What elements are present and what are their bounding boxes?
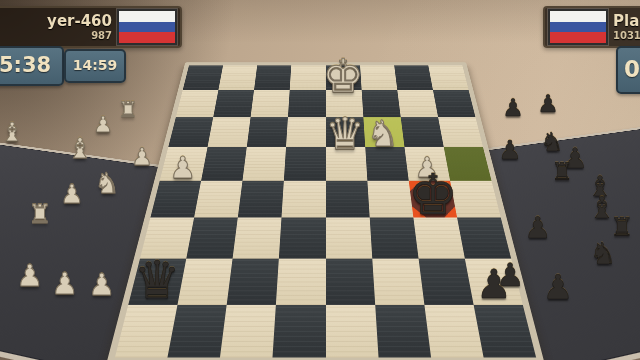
flag-stripe-red [119,32,175,43]
captured-white-bishop: ♝ [67,135,92,163]
player-panel-right: Pla 1031 [543,6,640,48]
captured-white-pawn: ♟ [52,269,79,299]
captured-white-knight: ♞ [94,170,119,198]
captured-white-pawn: ♟ [131,145,153,169]
player-left-rating: 987 [47,30,112,41]
piece-black-pawn-h7[interactable]: ♟ [476,264,512,304]
captured-black-knight: ♞ [540,129,563,155]
captured-black-rook: ♜ [551,160,573,184]
player-right-info: Pla 1031 [613,13,640,41]
flag-stripe-blue [119,22,175,33]
captured-black-pawn: ♟ [502,96,524,120]
captured-white-pawn: ♟ [17,261,44,291]
captured-black-pawn: ♟ [537,92,559,116]
piece-black-queen-a7[interactable]: ♛ [134,254,181,306]
captured-white-bishop: ♝ [0,119,23,145]
russia-flag-right [548,9,608,45]
clock-left-main: 5:38 [0,46,64,86]
captured-black-pawn: ♟ [543,270,573,304]
flag-stripe-blue [550,22,606,33]
player-right-rating: 1031 [613,30,640,41]
captured-white-pawn: ♟ [93,114,113,136]
flag-stripe-white [550,11,606,22]
player-left-info: yer-460 987 [47,13,112,41]
russia-flag-left [117,9,177,45]
player-right-name: Pla [613,13,640,30]
captured-black-pawn: ♟ [525,213,552,243]
game-screen: ♚♟♟♜♟♝♞♛♞♝♟♟♟♟♟♜♞♝♟♚♝♜♜♟♞♟♟♟♟♛♟♟ yer-460… [0,0,640,360]
captured-black-knight: ♞ [590,239,617,269]
flag-stripe-red [550,32,606,43]
captured-white-pawn: ♟ [60,181,83,207]
piece-white-pawn-a4[interactable]: ♟ [170,153,197,183]
player-left-name: yer-460 [47,13,112,30]
piece-white-queen-e3[interactable]: ♛ [325,112,364,156]
clock-left-secondary: 14:59 [64,49,126,83]
captured-white-rook: ♜ [28,201,51,227]
piece-white-king-e1[interactable]: ♚ [322,53,363,99]
captured-white-rook: ♜ [118,99,138,121]
clock-right-main: 0 [616,46,640,94]
player-panel-left: yer-460 987 [0,6,182,48]
piece-white-knight-f3[interactable]: ♞ [367,116,399,152]
piece-black-king-g5[interactable]: ♚ [408,167,458,223]
captured-white-pawn: ♟ [89,270,116,300]
flag-stripe-white [119,11,175,22]
captured-black-pawn: ♟ [498,137,521,163]
